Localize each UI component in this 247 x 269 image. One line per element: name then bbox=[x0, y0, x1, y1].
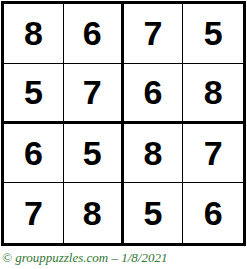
cell-r3c2: 5 bbox=[64, 124, 124, 184]
copyright-text: © grouppuzzles.com – 1/8/2021 bbox=[2, 250, 167, 266]
cell-r2c2: 7 bbox=[64, 64, 124, 124]
cell-r1c3: 7 bbox=[124, 4, 184, 64]
cell-r2c1: 5 bbox=[4, 64, 64, 124]
cell-r4c2: 8 bbox=[64, 183, 124, 243]
cell-r1c1: 8 bbox=[4, 4, 64, 64]
cell-r4c3: 5 bbox=[124, 183, 184, 243]
footer: © grouppuzzles.com – 1/8/2021 bbox=[0, 247, 247, 269]
cell-r1c2: 6 bbox=[64, 4, 124, 64]
cell-r3c4: 7 bbox=[183, 124, 243, 184]
cell-r4c4: 6 bbox=[183, 183, 243, 243]
cell-r2c4: 8 bbox=[183, 64, 243, 124]
cell-r4c1: 7 bbox=[4, 183, 64, 243]
sudoku-board: 8675576865877856 bbox=[1, 1, 246, 246]
cell-r2c3: 6 bbox=[124, 64, 184, 124]
cell-r3c3: 8 bbox=[124, 124, 184, 184]
cell-r1c4: 5 bbox=[183, 4, 243, 64]
cell-r3c1: 6 bbox=[4, 124, 64, 184]
